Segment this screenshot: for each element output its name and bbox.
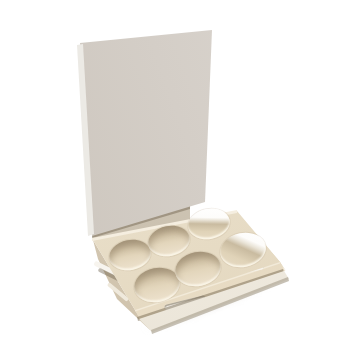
product-photo-stage bbox=[0, 0, 356, 356]
